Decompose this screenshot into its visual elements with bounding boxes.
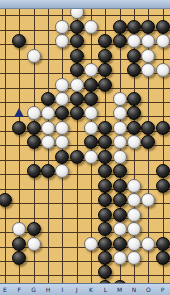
black-stone xyxy=(127,121,141,135)
white-stone xyxy=(70,78,84,92)
coordinate-label: H xyxy=(43,286,53,294)
coordinate-label: M xyxy=(115,286,125,294)
white-stone xyxy=(113,121,127,135)
white-stone xyxy=(113,222,127,236)
grid-line-horizontal xyxy=(0,15,170,16)
white-stone xyxy=(127,34,141,48)
black-stone xyxy=(70,63,84,77)
white-stone xyxy=(113,251,127,265)
white-stone xyxy=(127,193,141,207)
white-stone xyxy=(55,34,69,48)
black-stone xyxy=(98,150,112,164)
black-stone xyxy=(27,121,41,135)
black-stone xyxy=(156,121,170,135)
go-app-window: EFGHIJKLMNOP xyxy=(0,0,170,295)
white-stone xyxy=(84,237,98,251)
black-stone xyxy=(127,20,141,34)
black-stone xyxy=(84,92,98,106)
grid-line-horizontal xyxy=(0,232,170,233)
white-stone xyxy=(55,92,69,106)
white-stone xyxy=(113,150,127,164)
white-stone xyxy=(55,164,69,178)
coordinate-label: P xyxy=(158,286,168,294)
black-stone xyxy=(98,121,112,135)
black-stone xyxy=(84,135,98,149)
triangle-marker xyxy=(14,108,24,117)
coordinate-label: E xyxy=(0,286,10,294)
white-stone xyxy=(127,237,141,251)
go-board[interactable] xyxy=(0,0,170,295)
black-stone xyxy=(127,49,141,63)
black-stone xyxy=(127,63,141,77)
grid-line-vertical xyxy=(5,8,6,283)
black-stone xyxy=(156,164,170,178)
white-stone xyxy=(55,20,69,34)
black-stone xyxy=(127,106,141,120)
black-stone xyxy=(98,208,112,222)
white-stone xyxy=(84,106,98,120)
black-stone xyxy=(0,193,12,207)
black-stone xyxy=(41,92,55,106)
white-stone xyxy=(141,63,155,77)
black-stone xyxy=(156,251,170,265)
grid-line-horizontal xyxy=(0,261,170,262)
black-stone xyxy=(70,20,84,34)
white-stone xyxy=(84,63,98,77)
black-stone xyxy=(113,34,127,48)
white-stone xyxy=(127,222,141,236)
white-stone xyxy=(141,34,155,48)
white-stone xyxy=(41,106,55,120)
coordinate-label: N xyxy=(129,286,139,294)
black-stone xyxy=(141,135,155,149)
coordinate-label: K xyxy=(86,286,96,294)
black-stone xyxy=(98,164,112,178)
white-stone xyxy=(127,208,141,222)
white-stone xyxy=(156,34,170,48)
white-stone xyxy=(141,49,155,63)
white-stone xyxy=(84,150,98,164)
black-stone xyxy=(113,237,127,251)
coordinate-label: O xyxy=(143,286,153,294)
grid-line-horizontal xyxy=(0,218,170,219)
white-stone xyxy=(55,78,69,92)
white-stone xyxy=(113,135,127,149)
coordinate-label: F xyxy=(14,286,24,294)
grid-line-horizontal xyxy=(0,275,170,276)
black-stone xyxy=(55,106,69,120)
white-stone xyxy=(141,193,155,207)
white-stone xyxy=(41,121,55,135)
white-stone xyxy=(156,63,170,77)
coordinate-label: G xyxy=(29,286,39,294)
white-stone xyxy=(27,237,41,251)
white-stone xyxy=(141,237,155,251)
white-stone xyxy=(55,135,69,149)
black-stone xyxy=(141,20,155,34)
coordinate-bar: EFGHIJKLMNOP xyxy=(0,283,170,295)
black-stone xyxy=(141,121,155,135)
white-stone xyxy=(113,92,127,106)
black-stone xyxy=(98,78,112,92)
black-stone xyxy=(12,34,26,48)
black-stone xyxy=(12,237,26,251)
black-stone xyxy=(41,164,55,178)
white-stone xyxy=(84,20,98,34)
black-stone xyxy=(98,49,112,63)
black-stone xyxy=(70,150,84,164)
coordinate-label: L xyxy=(100,286,110,294)
black-stone xyxy=(113,193,127,207)
coordinate-label: J xyxy=(72,286,82,294)
grid-line-horizontal xyxy=(0,174,170,175)
black-stone xyxy=(27,222,41,236)
black-stone xyxy=(12,121,26,135)
black-stone xyxy=(98,63,112,77)
black-stone xyxy=(98,222,112,236)
black-stone xyxy=(98,179,112,193)
black-stone xyxy=(70,92,84,106)
black-stone xyxy=(113,179,127,193)
black-stone xyxy=(98,193,112,207)
window-top-bar xyxy=(0,0,170,9)
black-stone xyxy=(98,265,112,279)
grid-line-horizontal xyxy=(0,189,170,190)
white-stone xyxy=(41,135,55,149)
black-stone xyxy=(55,150,69,164)
black-stone xyxy=(98,251,112,265)
black-stone xyxy=(70,106,84,120)
black-stone xyxy=(27,135,41,149)
black-stone xyxy=(113,164,127,178)
black-stone xyxy=(98,135,112,149)
black-stone xyxy=(12,251,26,265)
white-stone xyxy=(55,121,69,135)
black-stone xyxy=(113,208,127,222)
black-stone xyxy=(127,92,141,106)
white-stone xyxy=(12,222,26,236)
white-stone xyxy=(113,106,127,120)
black-stone xyxy=(156,237,170,251)
black-stone xyxy=(84,78,98,92)
white-stone xyxy=(127,251,141,265)
black-stone xyxy=(98,237,112,251)
white-stone xyxy=(27,106,41,120)
black-stone xyxy=(70,34,84,48)
black-stone xyxy=(70,49,84,63)
coordinate-label: I xyxy=(57,286,67,294)
black-stone xyxy=(113,20,127,34)
white-stone xyxy=(127,135,141,149)
black-stone xyxy=(156,179,170,193)
black-stone xyxy=(27,164,41,178)
white-stone xyxy=(84,121,98,135)
white-stone xyxy=(27,49,41,63)
black-stone xyxy=(98,34,112,48)
white-stone xyxy=(127,179,141,193)
black-stone xyxy=(156,20,170,34)
